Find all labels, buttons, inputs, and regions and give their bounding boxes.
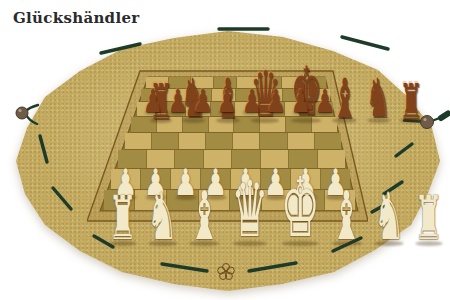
cell-g5 bbox=[286, 117, 311, 133]
cell-f5 bbox=[260, 117, 285, 133]
cell-h6 bbox=[309, 102, 333, 117]
cell-e4 bbox=[233, 133, 259, 151]
lace-stitch bbox=[396, 144, 412, 156]
cell-g8: ♞ bbox=[362, 77, 395, 123]
lace-stitch bbox=[342, 37, 388, 49]
piece-white-knight[interactable]: ♞ bbox=[147, 184, 178, 249]
piece-black-knight[interactable]: ♞ bbox=[366, 73, 392, 126]
cell-d6 bbox=[211, 102, 235, 117]
brand-logo: Glückshändler bbox=[13, 9, 139, 27]
drawstring-knot-right bbox=[441, 114, 448, 119]
cell-b1: ♞ bbox=[142, 190, 182, 247]
cell-e6 bbox=[235, 102, 259, 117]
cell-g6 bbox=[285, 102, 309, 117]
piece-white-king[interactable]: ♚ bbox=[280, 167, 320, 249]
cell-d5 bbox=[209, 117, 234, 133]
lace-stitch bbox=[53, 188, 71, 209]
cell-a4 bbox=[125, 133, 151, 151]
lace-stitch bbox=[40, 136, 47, 162]
pieces-layer: ♜♞♝♛♚♝♞♜♟♟♟♟♟♟♟♟♟♟♟♟♟♟♟♟♜♞♝♛♚♝♞♜ bbox=[87, 70, 368, 222]
cell-h4 bbox=[315, 133, 341, 151]
lace-stitch bbox=[249, 263, 296, 271]
cell-e5 bbox=[234, 117, 259, 133]
cell-d1: ♛ bbox=[226, 190, 274, 247]
cell-c1: ♝ bbox=[184, 190, 225, 247]
piece-white-queen[interactable]: ♛ bbox=[231, 172, 268, 249]
piece-white-knight[interactable]: ♞ bbox=[373, 184, 404, 249]
cell-h8: ♜ bbox=[396, 77, 426, 123]
cell-b5 bbox=[157, 117, 182, 133]
drawstring-bead-left bbox=[16, 107, 28, 119]
piece-rank-6 bbox=[137, 102, 333, 117]
product-photo-stage: Glückshändler bbox=[0, 0, 450, 300]
piece-rank-4 bbox=[125, 133, 341, 151]
cell-f4 bbox=[260, 133, 286, 151]
lace-stitch bbox=[101, 44, 140, 53]
piece-rank-7: ♟♟♟♟♟♟♟♟ bbox=[141, 89, 329, 102]
piece-black-rook[interactable]: ♜ bbox=[399, 77, 423, 126]
cell-a5 bbox=[131, 117, 156, 133]
cell-a6 bbox=[137, 102, 161, 117]
flower-emblem bbox=[218, 264, 235, 280]
piece-white-bishop[interactable]: ♝ bbox=[188, 182, 220, 249]
cell-f1: ♝ bbox=[326, 190, 367, 247]
cell-a1: ♜ bbox=[104, 190, 141, 247]
cell-h1: ♜ bbox=[410, 190, 447, 247]
cell-b4 bbox=[152, 133, 178, 151]
cell-e1: ♚ bbox=[275, 190, 326, 247]
cell-b6 bbox=[161, 102, 185, 117]
cell-c6 bbox=[186, 102, 210, 117]
cell-d4 bbox=[206, 133, 232, 151]
piece-rank-5 bbox=[131, 117, 337, 133]
piece-white-bishop[interactable]: ♝ bbox=[331, 182, 363, 249]
cell-c5 bbox=[183, 117, 208, 133]
cell-g4 bbox=[288, 133, 314, 151]
piece-white-rook[interactable]: ♜ bbox=[414, 188, 443, 249]
cell-g1: ♞ bbox=[369, 190, 409, 247]
cell-h5 bbox=[312, 117, 337, 133]
cell-f6 bbox=[260, 102, 284, 117]
bead-highlight bbox=[18, 109, 21, 112]
lace-stitch bbox=[162, 264, 207, 271]
cell-c4 bbox=[179, 133, 205, 151]
piece-white-rook[interactable]: ♜ bbox=[108, 188, 137, 249]
piece-rank-1: ♜♞♝♛♚♝♞♜ bbox=[104, 190, 355, 212]
